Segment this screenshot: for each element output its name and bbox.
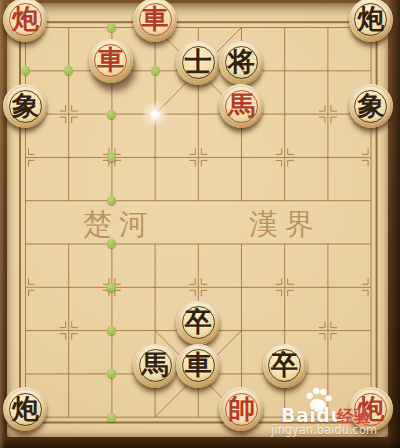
piece-character: 象 [12, 92, 39, 119]
piece-character: 炮 [357, 395, 384, 422]
piece-red-chariot[interactable]: 車 [133, 0, 177, 42]
piece-red-cannon[interactable]: 炮 [349, 387, 393, 431]
piece-black-elephant[interactable]: 象 [3, 84, 47, 128]
piece-character: 炮 [12, 395, 39, 422]
piece-red-chariot[interactable]: 車 [89, 39, 133, 83]
piece-black-soldier[interactable]: 卒 [263, 344, 307, 388]
move-hint-dot[interactable] [107, 369, 116, 378]
piece-black-cannon[interactable]: 炮 [349, 0, 393, 42]
piece-character: 馬 [142, 351, 169, 378]
piece-red-horse[interactable]: 馬 [219, 84, 263, 128]
piece-black-soldier[interactable]: 卒 [176, 301, 220, 345]
sparkle-effect [140, 99, 170, 129]
piece-character: 卒 [271, 351, 298, 378]
move-hint-dot[interactable] [107, 196, 116, 205]
piece-black-chariot[interactable]: 車 [176, 344, 220, 388]
piece-character: 炮 [357, 5, 384, 32]
piece-black-general[interactable]: 将 [219, 41, 263, 85]
move-hint-dot[interactable] [21, 66, 30, 75]
xiangqi-board: 楚河 漢界 炮車炮車士将象馬象卒馬車卒炮帥炮 Baidu 经验 jingyan.… [0, 0, 400, 448]
piece-character: 士 [185, 48, 212, 75]
piece-character: 象 [357, 92, 384, 119]
move-hint-dot[interactable] [64, 66, 73, 75]
piece-black-horse[interactable]: 馬 [133, 344, 177, 388]
piece-character: 車 [142, 5, 169, 32]
move-hint-dot[interactable] [107, 153, 116, 162]
move-hint-dot[interactable] [107, 110, 116, 119]
piece-black-elephant[interactable]: 象 [349, 84, 393, 128]
move-hint-dot[interactable] [107, 23, 116, 32]
move-hint-dot[interactable] [107, 326, 116, 335]
move-hint-dot[interactable] [107, 283, 116, 292]
piece-red-general[interactable]: 帥 [219, 387, 263, 431]
piece-character: 将 [228, 48, 255, 75]
piece-character: 車 [97, 46, 124, 73]
piece-red-cannon[interactable]: 炮 [3, 0, 47, 42]
piece-character: 馬 [228, 92, 255, 119]
pieces-layer: 炮車炮車士将象馬象卒馬車卒炮帥炮 [4, 6, 393, 439]
piece-character: 卒 [185, 308, 212, 335]
piece-character: 帥 [228, 395, 255, 422]
piece-character: 車 [185, 351, 212, 378]
piece-character: 炮 [12, 5, 39, 32]
piece-black-advisor[interactable]: 士 [176, 41, 220, 85]
move-hint-dot[interactable] [107, 239, 116, 248]
move-hint-dot[interactable] [151, 66, 160, 75]
move-hint-dot[interactable] [107, 413, 116, 422]
piece-black-cannon[interactable]: 炮 [3, 387, 47, 431]
